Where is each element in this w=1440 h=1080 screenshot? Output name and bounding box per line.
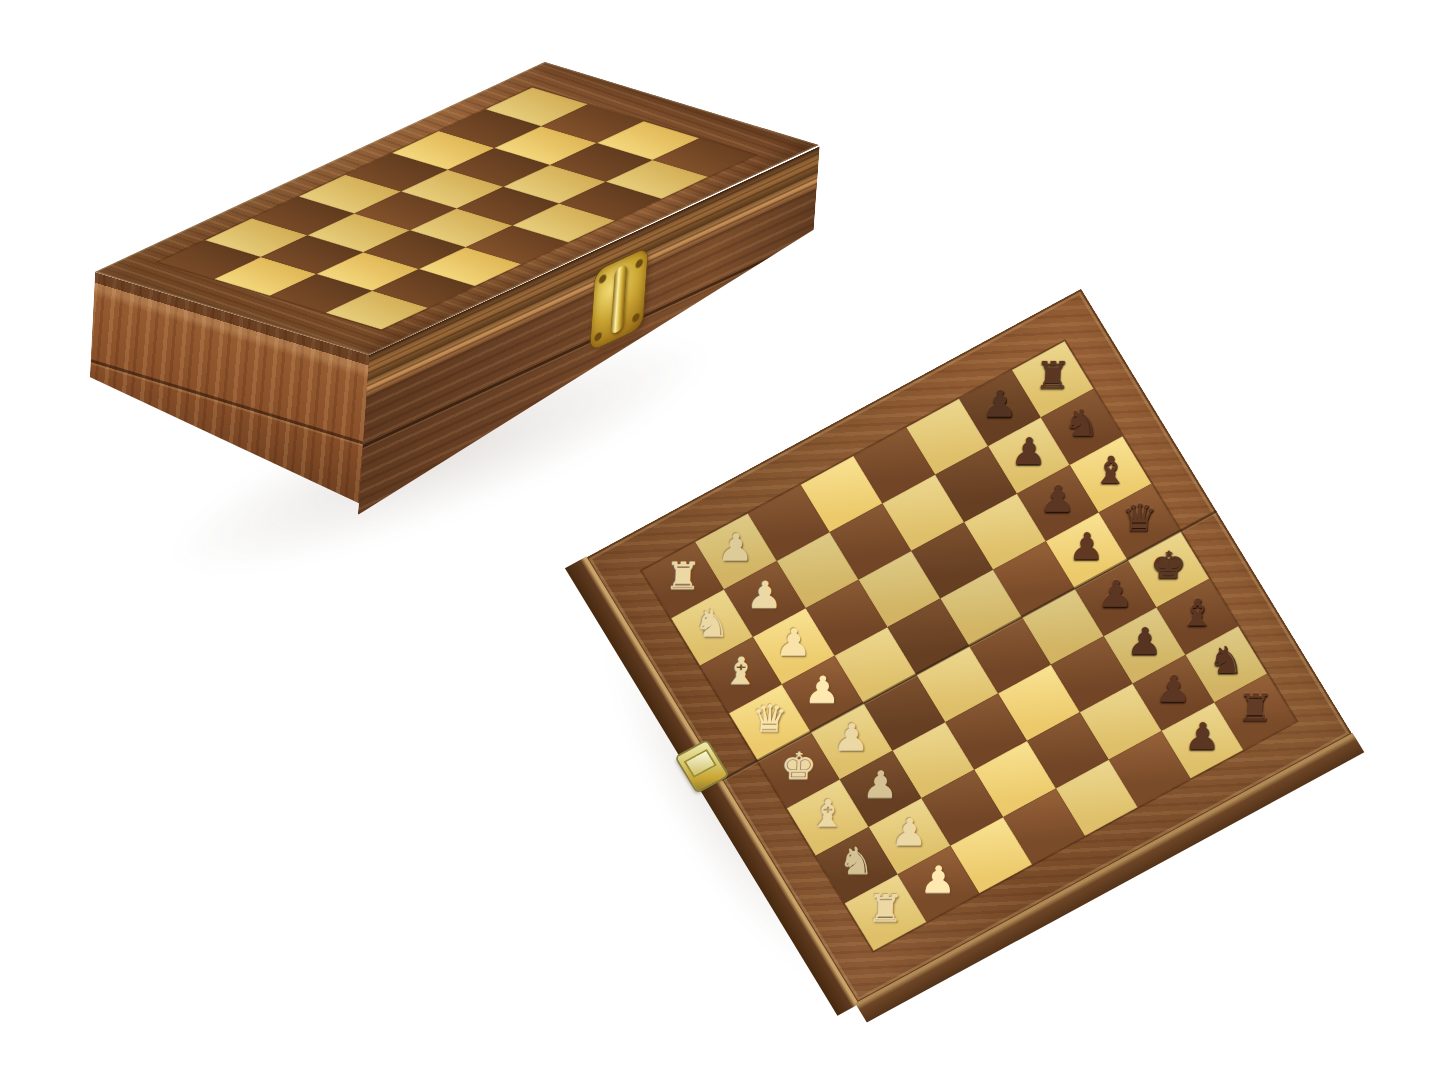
white-pawn-icon: ♟ (804, 671, 842, 708)
open-chess-board: ♜♞♝♛♚♝♞♜♟♟♟♟♟♟♟♟♟♟♟♟♟♟♟♟♜♞♝♛♚♝♞♜ (586, 289, 1352, 1003)
black-pawn-icon: ♟ (1010, 433, 1048, 470)
black-pawn-icon: ♟ (1155, 670, 1193, 707)
brass-latch-hook (610, 263, 627, 335)
black-pawn-icon: ♟ (1126, 623, 1164, 660)
white-queen-icon: ♛ (751, 700, 789, 737)
white-pawn-icon: ♟ (746, 576, 784, 613)
white-pawn-icon: ♟ (775, 623, 813, 660)
black-pawn-icon: ♟ (1068, 528, 1106, 565)
white-bishop-icon: ♝ (722, 652, 760, 689)
black-knight-icon: ♞ (1207, 641, 1245, 678)
black-bishop-icon: ♝ (1179, 594, 1217, 631)
white-pawn-icon: ♟ (862, 766, 900, 803)
black-king-icon: ♚ (1150, 546, 1188, 583)
black-bishop-icon: ♝ (1092, 451, 1130, 488)
black-pawn-icon: ♟ (1184, 718, 1222, 755)
white-bishop-icon: ♝ (809, 795, 847, 832)
white-rook-icon: ♜ (664, 557, 702, 594)
white-pawn-icon: ♟ (891, 813, 929, 850)
product-photo-background: ♜♞♝♛♚♝♞♜♟♟♟♟♟♟♟♟♟♟♟♟♟♟♟♟♜♞♝♛♚♝♞♜ (0, 0, 1440, 1080)
black-pawn-icon: ♟ (981, 385, 1019, 422)
white-pawn-icon: ♟ (833, 718, 871, 755)
brass-clasp-buckle (686, 751, 714, 775)
black-pawn-icon: ♟ (1039, 480, 1077, 517)
white-pawn-icon: ♟ (920, 861, 958, 898)
white-pawn-icon: ♟ (717, 528, 755, 565)
black-rook-icon: ♜ (1034, 356, 1072, 393)
white-rook-icon: ♜ (867, 890, 905, 927)
white-king-icon: ♚ (780, 747, 818, 784)
black-queen-icon: ♛ (1121, 499, 1159, 536)
white-knight-icon: ♞ (693, 605, 731, 642)
box-lid-seam (91, 359, 368, 446)
black-rook-icon: ♜ (1236, 689, 1274, 726)
black-knight-icon: ♞ (1063, 404, 1101, 441)
white-knight-icon: ♞ (838, 842, 876, 879)
black-pawn-icon: ♟ (1097, 575, 1135, 612)
